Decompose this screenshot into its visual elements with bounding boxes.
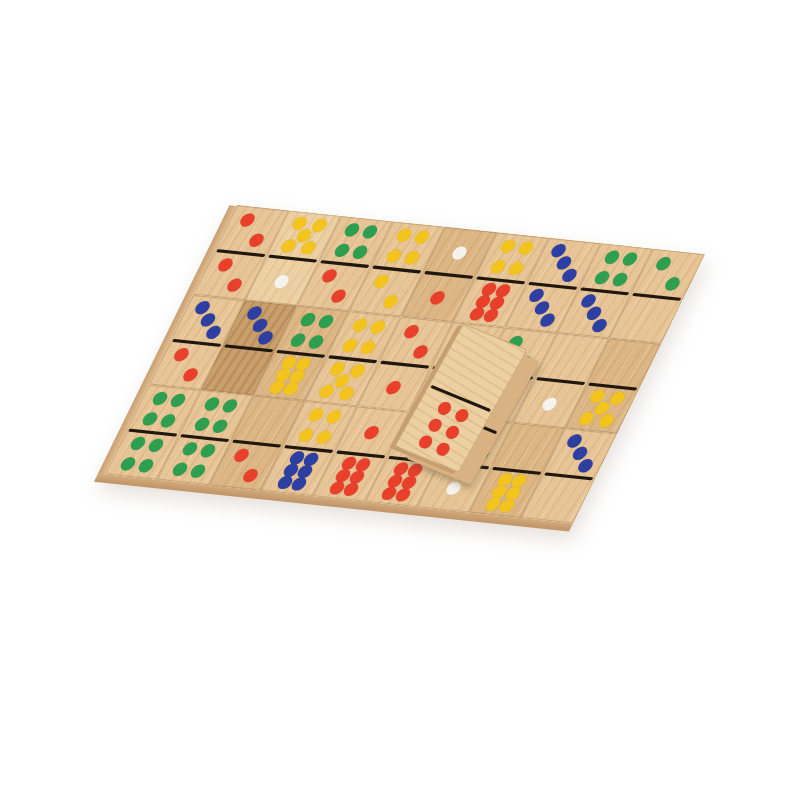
pip <box>198 444 218 459</box>
pip <box>315 430 335 445</box>
pip <box>296 428 316 443</box>
pip <box>602 250 622 265</box>
pip <box>215 258 235 273</box>
pip <box>444 481 464 496</box>
pip <box>590 318 610 333</box>
pip <box>663 276 683 291</box>
pip <box>351 245 371 260</box>
pip <box>231 448 251 463</box>
pip <box>592 270 612 285</box>
pip <box>306 408 326 423</box>
pip <box>189 464 209 479</box>
pip <box>453 407 471 424</box>
pip <box>150 392 170 407</box>
pip <box>444 424 462 441</box>
pip <box>368 320 388 335</box>
pip <box>516 241 536 256</box>
pip <box>401 324 421 339</box>
pip <box>384 380 404 395</box>
pip <box>597 413 617 428</box>
domino-stack[interactable] <box>424 332 498 464</box>
pip <box>168 393 188 408</box>
pip <box>170 462 190 477</box>
pip <box>362 425 382 440</box>
pip <box>498 239 518 254</box>
pip <box>319 269 339 284</box>
pip <box>360 225 380 240</box>
pip <box>450 246 470 261</box>
pip <box>394 228 414 243</box>
pip <box>211 419 231 434</box>
pip <box>507 261 527 276</box>
pip <box>146 438 166 453</box>
pip <box>324 410 344 425</box>
pip <box>416 434 434 451</box>
pip <box>128 436 148 451</box>
pip <box>317 384 337 399</box>
pip <box>181 367 201 382</box>
pip <box>299 240 319 255</box>
pip <box>171 348 191 363</box>
pip <box>608 391 628 406</box>
pip <box>359 340 379 355</box>
pip <box>237 213 257 228</box>
pip <box>403 250 423 265</box>
pip <box>538 312 558 327</box>
pip <box>426 417 444 434</box>
pip <box>434 441 452 458</box>
pip <box>576 458 596 473</box>
pip <box>332 243 352 258</box>
pip <box>560 268 580 283</box>
pip <box>540 397 560 412</box>
pip <box>241 468 261 483</box>
pip <box>435 399 453 416</box>
pip <box>180 442 200 457</box>
pip <box>350 318 370 333</box>
pip <box>202 397 222 412</box>
pip <box>288 332 308 347</box>
pip <box>653 257 673 272</box>
pip <box>310 219 330 234</box>
pip <box>247 233 267 248</box>
pip <box>329 289 349 304</box>
product-photo-giant-wooden-dominoes: { "game": "dominoes", "description": "Ov… <box>0 0 800 800</box>
pip <box>342 223 362 238</box>
pip <box>340 338 360 353</box>
pip <box>256 330 276 345</box>
pip <box>192 417 212 432</box>
pip <box>611 272 631 287</box>
pip <box>412 230 432 245</box>
pip <box>272 274 292 289</box>
pip <box>577 411 597 426</box>
pip <box>371 274 391 289</box>
pip <box>204 325 224 340</box>
pip <box>348 364 368 379</box>
pip <box>488 259 508 274</box>
pip <box>118 456 138 471</box>
dominoes-board <box>105 205 705 523</box>
pip <box>620 252 640 267</box>
pip <box>298 313 318 328</box>
pip <box>225 278 245 293</box>
pip <box>384 248 404 263</box>
pip <box>159 413 179 428</box>
pip <box>220 399 240 414</box>
pip <box>140 411 160 426</box>
pip <box>137 458 157 473</box>
pip <box>279 238 299 253</box>
pip <box>316 315 336 330</box>
pip <box>428 290 448 305</box>
pip <box>381 294 401 309</box>
pip <box>307 334 327 349</box>
